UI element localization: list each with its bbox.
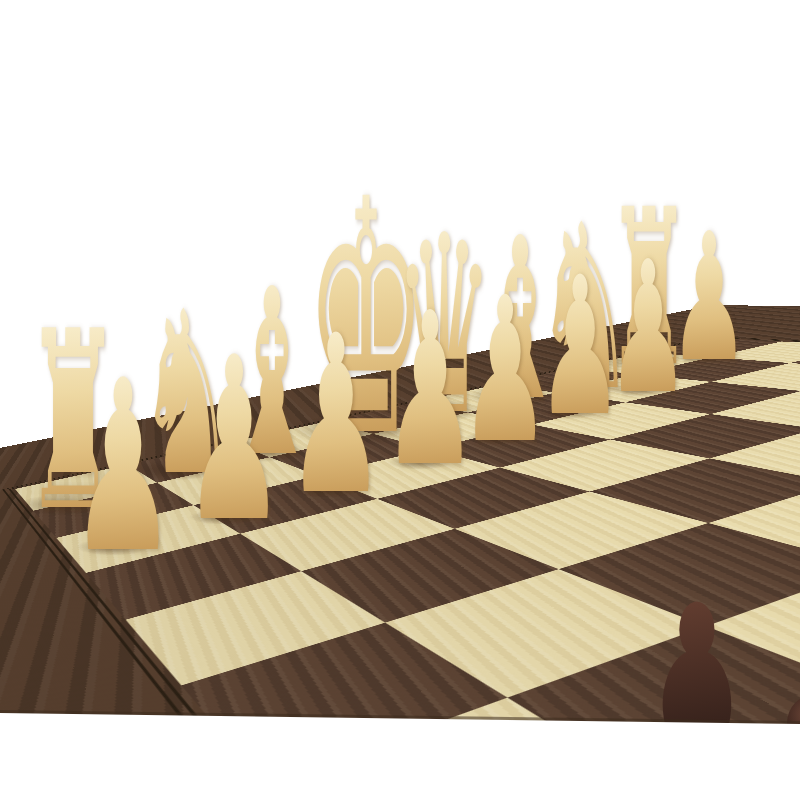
white-pawn-g2: ♟	[183, 328, 284, 554]
white-pawn-a2: ♟	[669, 210, 748, 387]
chess-set-photo: ♜♞♝♚♛♝♞♜♟♟♟♟♟♟♟♟♟	[0, 0, 800, 800]
white-pawn-f2: ♟	[287, 307, 385, 525]
white-pawn-h2: ♟	[70, 349, 176, 586]
pieces-layer: ♜♞♝♚♛♝♞♜♟♟♟♟♟♟♟♟♟	[0, 0, 800, 800]
